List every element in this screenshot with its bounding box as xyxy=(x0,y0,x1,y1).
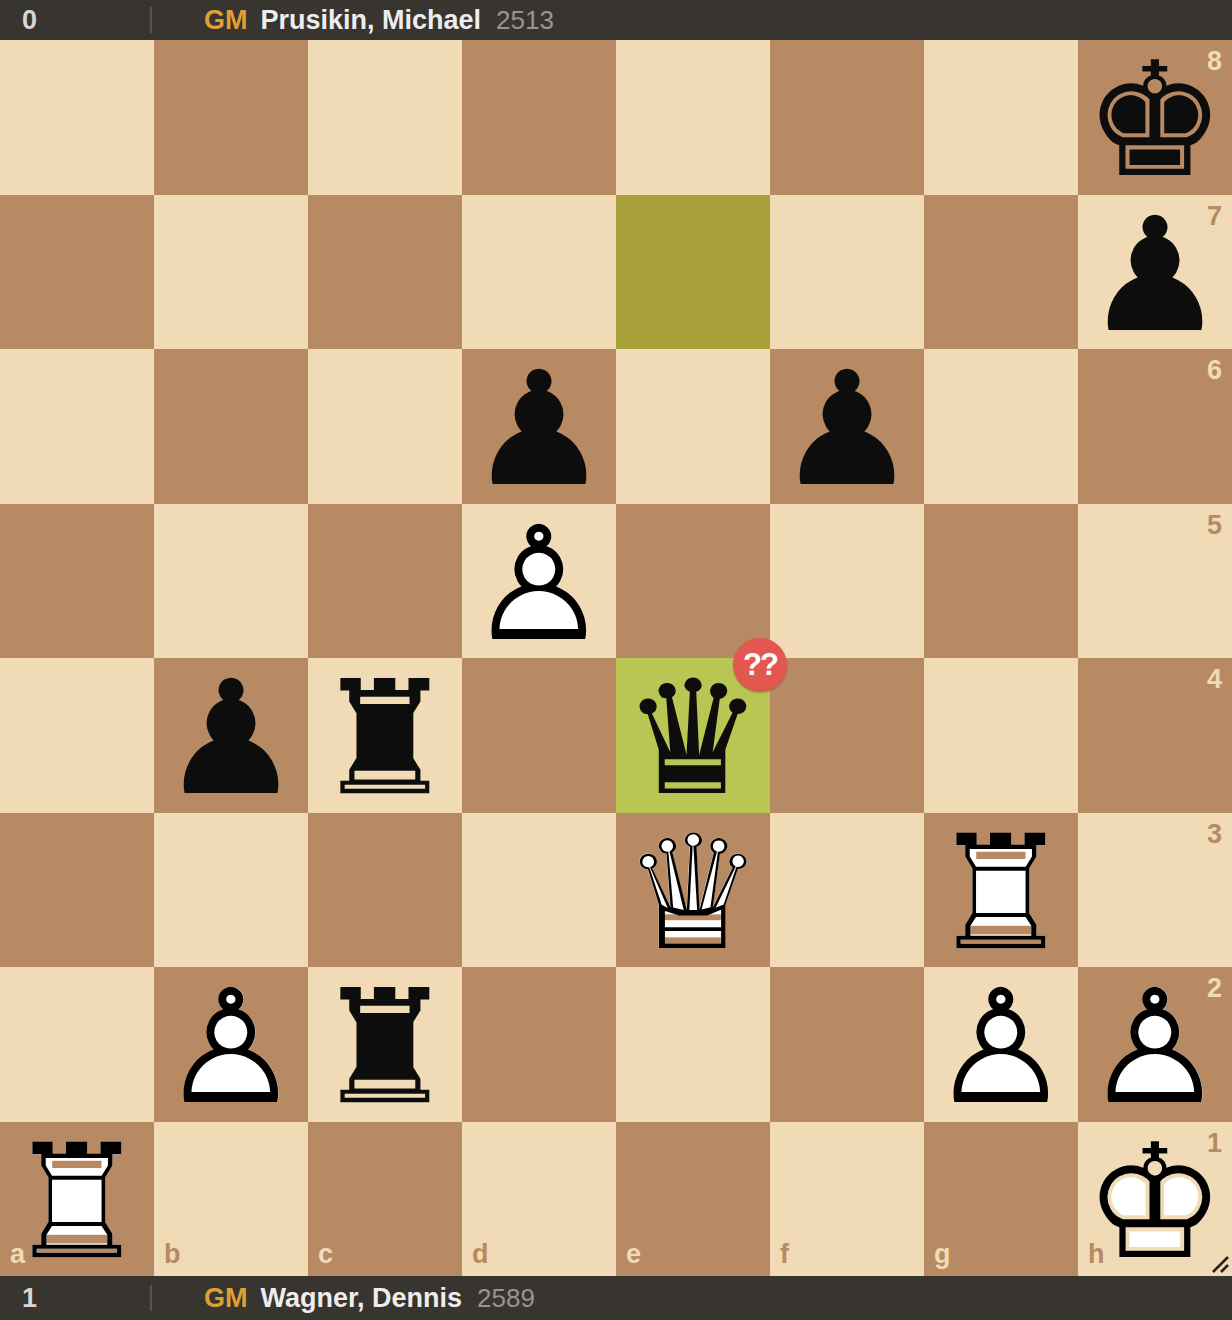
square-e8[interactable] xyxy=(616,40,770,195)
square-e2[interactable] xyxy=(616,967,770,1122)
square-b7[interactable] xyxy=(154,195,308,350)
bottom-player-bar: 1 GM Wagner, Dennis 2589 xyxy=(0,1276,1232,1320)
square-b6[interactable] xyxy=(154,349,308,504)
top-player-score: 0 xyxy=(0,5,150,36)
file-label-e: e xyxy=(626,1241,641,1268)
square-d8[interactable] xyxy=(462,40,616,195)
white-pawn[interactable]: ♟♙ xyxy=(1078,967,1232,1122)
square-g5[interactable] xyxy=(924,504,1078,659)
square-h3[interactable]: 3 xyxy=(1078,813,1232,968)
resize-handle-icon[interactable] xyxy=(1201,1245,1229,1273)
square-h4[interactable]: 4 xyxy=(1078,658,1232,813)
file-label-b: b xyxy=(164,1241,181,1268)
black-pawn[interactable]: ♟ xyxy=(770,349,924,504)
square-c1[interactable]: c xyxy=(308,1122,462,1277)
square-d2[interactable] xyxy=(462,967,616,1122)
square-b2[interactable]: ♟♙ xyxy=(154,967,308,1122)
square-c6[interactable] xyxy=(308,349,462,504)
bottom-player-rating: 2589 xyxy=(477,1283,535,1314)
square-d5[interactable]: ♟♙ xyxy=(462,504,616,659)
square-c4[interactable]: ♜ xyxy=(308,658,462,813)
white-queen[interactable]: ♛♕ xyxy=(616,813,770,968)
square-h6[interactable]: 6 xyxy=(1078,349,1232,504)
black-rook[interactable]: ♜ xyxy=(308,658,462,813)
rank-label-5: 5 xyxy=(1207,512,1222,539)
rank-label-6: 6 xyxy=(1207,357,1222,384)
top-player-title: GM xyxy=(204,5,248,36)
square-f1[interactable]: f xyxy=(770,1122,924,1277)
square-e3[interactable]: ♛♕ xyxy=(616,813,770,968)
square-a4[interactable] xyxy=(0,658,154,813)
square-b4[interactable]: ♟ xyxy=(154,658,308,813)
bar-divider xyxy=(150,1285,152,1311)
rank-label-3: 3 xyxy=(1207,821,1222,848)
square-a2[interactable] xyxy=(0,967,154,1122)
square-b1[interactable]: b xyxy=(154,1122,308,1277)
square-a6[interactable] xyxy=(0,349,154,504)
square-f3[interactable] xyxy=(770,813,924,968)
square-h8[interactable]: 8♚ xyxy=(1078,40,1232,195)
top-player-name: Prusikin, Michael xyxy=(261,5,482,36)
square-a5[interactable] xyxy=(0,504,154,659)
square-a1[interactable]: a♜♖ xyxy=(0,1122,154,1277)
square-c5[interactable] xyxy=(308,504,462,659)
square-b5[interactable] xyxy=(154,504,308,659)
square-d6[interactable]: ♟ xyxy=(462,349,616,504)
bar-divider xyxy=(150,7,152,33)
square-b8[interactable] xyxy=(154,40,308,195)
square-b3[interactable] xyxy=(154,813,308,968)
file-label-d: d xyxy=(472,1241,489,1268)
top-player-bar: 0 GM Prusikin, Michael 2513 xyxy=(0,0,1232,40)
bottom-player-title: GM xyxy=(204,1283,248,1314)
square-g8[interactable] xyxy=(924,40,1078,195)
square-f4[interactable] xyxy=(770,658,924,813)
square-d3[interactable] xyxy=(462,813,616,968)
square-c7[interactable] xyxy=(308,195,462,350)
file-label-c: c xyxy=(318,1241,333,1268)
square-h2[interactable]: 2♟♙ xyxy=(1078,967,1232,1122)
square-g4[interactable] xyxy=(924,658,1078,813)
square-a3[interactable] xyxy=(0,813,154,968)
bottom-player-score: 1 xyxy=(0,1283,150,1314)
square-a7[interactable] xyxy=(0,195,154,350)
black-pawn[interactable]: ♟ xyxy=(1078,195,1232,350)
square-h7[interactable]: 7♟ xyxy=(1078,195,1232,350)
square-d4[interactable] xyxy=(462,658,616,813)
square-f8[interactable] xyxy=(770,40,924,195)
blunder-badge: ?? xyxy=(733,638,787,692)
square-g1[interactable]: g xyxy=(924,1122,1078,1277)
square-g3[interactable]: ♜♖ xyxy=(924,813,1078,968)
square-c3[interactable] xyxy=(308,813,462,968)
file-label-f: f xyxy=(780,1241,789,1268)
square-g7[interactable] xyxy=(924,195,1078,350)
square-f2[interactable] xyxy=(770,967,924,1122)
white-pawn[interactable]: ♟♙ xyxy=(462,504,616,659)
black-rook[interactable]: ♜ xyxy=(308,967,462,1122)
rank-label-4: 4 xyxy=(1207,666,1222,693)
square-e6[interactable] xyxy=(616,349,770,504)
square-e1[interactable]: e xyxy=(616,1122,770,1277)
bottom-player-name: Wagner, Dennis xyxy=(261,1283,463,1314)
white-rook[interactable]: ♜♖ xyxy=(924,813,1078,968)
square-d7[interactable] xyxy=(462,195,616,350)
square-g2[interactable]: ♟♙ xyxy=(924,967,1078,1122)
white-rook[interactable]: ♜♖ xyxy=(0,1122,154,1277)
black-pawn[interactable]: ♟ xyxy=(154,658,308,813)
chess-board: 8♚7♟♟♟6♟♙5♟♜♛??4♛♕♜♖3♟♙♜♟♙2♟♙a♜♖bcdefg1h… xyxy=(0,40,1232,1276)
square-f5[interactable] xyxy=(770,504,924,659)
square-h5[interactable]: 5 xyxy=(1078,504,1232,659)
square-e5[interactable] xyxy=(616,504,770,659)
white-pawn[interactable]: ♟♙ xyxy=(924,967,1078,1122)
square-g6[interactable] xyxy=(924,349,1078,504)
square-c2[interactable]: ♜ xyxy=(308,967,462,1122)
black-king[interactable]: ♚ xyxy=(1078,40,1232,195)
square-c8[interactable] xyxy=(308,40,462,195)
white-pawn[interactable]: ♟♙ xyxy=(154,967,308,1122)
square-e4[interactable]: ♛?? xyxy=(616,658,770,813)
square-a8[interactable] xyxy=(0,40,154,195)
square-e7[interactable] xyxy=(616,195,770,350)
black-pawn[interactable]: ♟ xyxy=(462,349,616,504)
square-d1[interactable]: d xyxy=(462,1122,616,1277)
square-f6[interactable]: ♟ xyxy=(770,349,924,504)
file-label-g: g xyxy=(934,1241,951,1268)
square-f7[interactable] xyxy=(770,195,924,350)
top-player-rating: 2513 xyxy=(496,5,554,36)
